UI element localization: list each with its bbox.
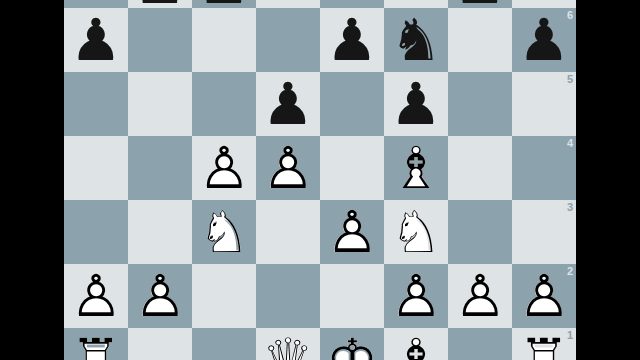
square-c4[interactable]: ♟♙ (192, 136, 256, 200)
white-pawn[interactable]: ♟♙ (448, 264, 512, 328)
square-e6[interactable]: ♟ (320, 8, 384, 72)
square-d6[interactable] (256, 8, 320, 72)
square-g7[interactable]: ♟ (448, 0, 512, 8)
letterbox-right (576, 0, 640, 360)
black-pawn[interactable]: ♟ (256, 72, 320, 136)
square-d3[interactable] (256, 200, 320, 264)
square-d7[interactable] (256, 0, 320, 8)
piece-outline-glyph: ♙ (192, 136, 256, 200)
square-c5[interactable] (192, 72, 256, 136)
square-d1[interactable]: ♛♕ (256, 328, 320, 360)
square-f1[interactable]: ♝♗ (384, 328, 448, 360)
square-h5[interactable]: 5 (512, 72, 576, 136)
white-pawn[interactable]: ♟♙ (512, 264, 576, 328)
white-pawn[interactable]: ♟♙ (192, 136, 256, 200)
square-a6[interactable]: ♟ (64, 8, 128, 72)
square-a1[interactable]: ♜♖ (64, 328, 128, 360)
black-pawn[interactable]: ♟ (512, 8, 576, 72)
square-c1[interactable] (192, 328, 256, 360)
square-d2[interactable] (256, 264, 320, 328)
chess-video-frame: { "game": "chess", "position": { "fen": … (0, 0, 640, 360)
square-a2[interactable]: ♟♙ (64, 264, 128, 328)
square-e4[interactable] (320, 136, 384, 200)
white-king[interactable]: ♚♔ (320, 328, 384, 360)
piece-fill-glyph: ♟ (64, 8, 128, 72)
piece-fill-glyph: ♟ (320, 8, 384, 72)
square-h6[interactable]: 6♟ (512, 8, 576, 72)
square-c6[interactable] (192, 8, 256, 72)
white-bishop[interactable]: ♝♗ (384, 328, 448, 360)
black-pawn[interactable]: ♟ (320, 8, 384, 72)
white-pawn[interactable]: ♟♙ (64, 264, 128, 328)
piece-outline-glyph: ♙ (64, 264, 128, 328)
square-f2[interactable]: ♟♙ (384, 264, 448, 328)
piece-fill-glyph: ♟ (256, 72, 320, 136)
rank-label-4: 4 (567, 137, 573, 149)
piece-outline-glyph: ♙ (384, 264, 448, 328)
square-f4[interactable]: ♝♗ (384, 136, 448, 200)
piece-outline-glyph: ♖ (512, 328, 576, 360)
black-pawn[interactable]: ♟ (384, 72, 448, 136)
white-rook[interactable]: ♜♖ (64, 328, 128, 360)
black-pawn[interactable]: ♟ (64, 8, 128, 72)
piece-outline-glyph: ♕ (256, 328, 320, 360)
piece-outline-glyph: ♗ (384, 328, 448, 360)
piece-outline-glyph: ♙ (448, 264, 512, 328)
square-b7[interactable]: ♟ (128, 0, 192, 8)
square-f6[interactable]: ♞ (384, 8, 448, 72)
square-b5[interactable] (128, 72, 192, 136)
square-c3[interactable]: ♞♘ (192, 200, 256, 264)
square-g1[interactable] (448, 328, 512, 360)
piece-fill-glyph: ♟ (512, 8, 576, 72)
white-pawn[interactable]: ♟♙ (128, 264, 192, 328)
square-d4[interactable]: ♟♙ (256, 136, 320, 200)
white-rook[interactable]: ♜♖ (512, 328, 576, 360)
square-b3[interactable] (128, 200, 192, 264)
white-pawn[interactable]: ♟♙ (384, 264, 448, 328)
square-e5[interactable] (320, 72, 384, 136)
square-e3[interactable]: ♟♙ (320, 200, 384, 264)
square-b1[interactable] (128, 328, 192, 360)
rank-label-5: 5 (567, 73, 573, 85)
square-d5[interactable]: ♟ (256, 72, 320, 136)
square-a5[interactable] (64, 72, 128, 136)
square-b2[interactable]: ♟♙ (128, 264, 192, 328)
white-knight[interactable]: ♞♘ (192, 200, 256, 264)
letterbox-left (0, 0, 64, 360)
piece-outline-glyph: ♙ (512, 264, 576, 328)
black-knight[interactable]: ♞ (384, 8, 448, 72)
piece-outline-glyph: ♙ (128, 264, 192, 328)
piece-outline-glyph: ♔ (320, 328, 384, 360)
piece-outline-glyph: ♙ (320, 200, 384, 264)
piece-fill-glyph: ♞ (384, 8, 448, 72)
square-f3[interactable]: ♞♘ (384, 200, 448, 264)
piece-outline-glyph: ♗ (384, 136, 448, 200)
piece-outline-glyph: ♘ (384, 200, 448, 264)
square-a3[interactable] (64, 200, 128, 264)
square-g6[interactable] (448, 8, 512, 72)
square-g2[interactable]: ♟♙ (448, 264, 512, 328)
white-queen[interactable]: ♛♕ (256, 328, 320, 360)
piece-outline-glyph: ♖ (64, 328, 128, 360)
rank-label-3: 3 (567, 201, 573, 213)
square-c2[interactable] (192, 264, 256, 328)
square-h1[interactable]: 1♜♖ (512, 328, 576, 360)
square-b6[interactable] (128, 8, 192, 72)
square-g4[interactable] (448, 136, 512, 200)
piece-outline-glyph: ♙ (256, 136, 320, 200)
white-pawn[interactable]: ♟♙ (256, 136, 320, 200)
square-e2[interactable] (320, 264, 384, 328)
square-h3[interactable]: 3 (512, 200, 576, 264)
square-g3[interactable] (448, 200, 512, 264)
square-h2[interactable]: 2♟♙ (512, 264, 576, 328)
square-f5[interactable]: ♟ (384, 72, 448, 136)
white-bishop[interactable]: ♝♗ (384, 136, 448, 200)
square-a4[interactable] (64, 136, 128, 200)
square-e1[interactable]: ♚♔ (320, 328, 384, 360)
square-b4[interactable] (128, 136, 192, 200)
square-g5[interactable] (448, 72, 512, 136)
white-knight[interactable]: ♞♘ (384, 200, 448, 264)
piece-outline-glyph: ♘ (192, 200, 256, 264)
piece-fill-glyph: ♟ (384, 72, 448, 136)
chess-board: ♜♞♝♛♚♝♜♟♟♟♟♟♞6♟♟♟5♟♙♟♙♝♗4♞♘♟♙♞♘3♟♙♟♙♟♙♟♙… (64, 0, 576, 360)
square-h4[interactable]: 4 (512, 136, 576, 200)
white-pawn[interactable]: ♟♙ (320, 200, 384, 264)
square-c7[interactable]: ♟ (192, 0, 256, 8)
